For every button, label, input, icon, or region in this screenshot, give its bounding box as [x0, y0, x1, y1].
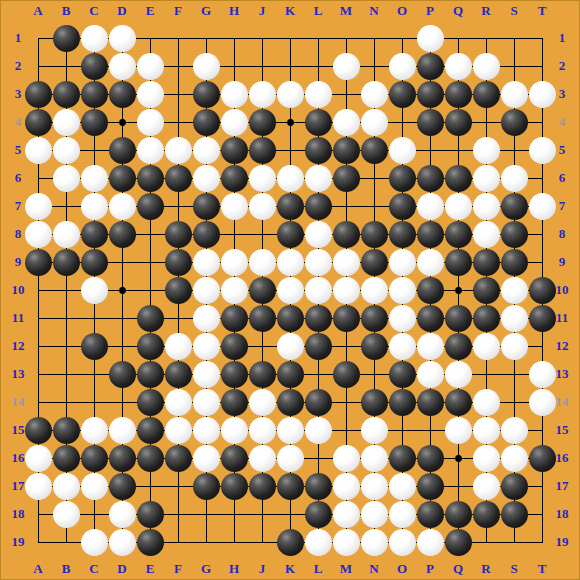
intersection-J6[interactable] — [248, 164, 276, 192]
intersection-Q16[interactable] — [444, 444, 472, 472]
intersection-S19[interactable] — [500, 528, 528, 556]
intersection-R5[interactable] — [472, 136, 500, 164]
intersection-C16[interactable] — [80, 444, 108, 472]
intersection-J14[interactable] — [248, 388, 276, 416]
intersection-F1[interactable] — [164, 24, 192, 52]
intersection-G14[interactable] — [192, 388, 220, 416]
intersection-R3[interactable] — [472, 80, 500, 108]
intersection-K10[interactable] — [276, 276, 304, 304]
intersection-G9[interactable] — [192, 248, 220, 276]
intersection-K1[interactable] — [276, 24, 304, 52]
intersection-A10[interactable] — [24, 276, 52, 304]
intersection-F6[interactable] — [164, 164, 192, 192]
intersection-Q2[interactable] — [444, 52, 472, 80]
intersection-F13[interactable] — [164, 360, 192, 388]
intersection-J13[interactable] — [248, 360, 276, 388]
intersection-M3[interactable] — [332, 80, 360, 108]
intersection-C6[interactable] — [80, 164, 108, 192]
intersection-L8[interactable] — [304, 220, 332, 248]
intersection-E16[interactable] — [136, 444, 164, 472]
intersection-F4[interactable] — [164, 108, 192, 136]
intersection-Q18[interactable] — [444, 500, 472, 528]
intersection-R8[interactable] — [472, 220, 500, 248]
intersection-A6[interactable] — [24, 164, 52, 192]
intersection-Q13[interactable] — [444, 360, 472, 388]
intersection-K14[interactable] — [276, 388, 304, 416]
intersection-N15[interactable] — [360, 416, 388, 444]
intersection-S4[interactable] — [500, 108, 528, 136]
intersection-M12[interactable] — [332, 332, 360, 360]
intersection-G1[interactable] — [192, 24, 220, 52]
intersection-S13[interactable] — [500, 360, 528, 388]
intersection-T8[interactable] — [528, 220, 556, 248]
intersection-D9[interactable] — [108, 248, 136, 276]
intersection-R14[interactable] — [472, 388, 500, 416]
intersection-N16[interactable] — [360, 444, 388, 472]
intersection-E14[interactable] — [136, 388, 164, 416]
intersection-Q11[interactable] — [444, 304, 472, 332]
intersection-J1[interactable] — [248, 24, 276, 52]
intersection-E13[interactable] — [136, 360, 164, 388]
intersection-Q1[interactable] — [444, 24, 472, 52]
intersection-N4[interactable] — [360, 108, 388, 136]
intersection-L2[interactable] — [304, 52, 332, 80]
intersection-G8[interactable] — [192, 220, 220, 248]
intersection-L11[interactable] — [304, 304, 332, 332]
intersection-T17[interactable] — [528, 472, 556, 500]
intersection-S15[interactable] — [500, 416, 528, 444]
intersection-A16[interactable] — [24, 444, 52, 472]
intersection-T9[interactable] — [528, 248, 556, 276]
intersection-O3[interactable] — [388, 80, 416, 108]
intersection-K2[interactable] — [276, 52, 304, 80]
intersection-L3[interactable] — [304, 80, 332, 108]
intersection-S14[interactable] — [500, 388, 528, 416]
intersection-K4[interactable] — [276, 108, 304, 136]
intersection-C17[interactable] — [80, 472, 108, 500]
intersection-Q6[interactable] — [444, 164, 472, 192]
intersection-P8[interactable] — [416, 220, 444, 248]
intersection-G2[interactable] — [192, 52, 220, 80]
intersection-T16[interactable] — [528, 444, 556, 472]
intersection-M4[interactable] — [332, 108, 360, 136]
intersection-N10[interactable] — [360, 276, 388, 304]
intersection-K15[interactable] — [276, 416, 304, 444]
intersection-H17[interactable] — [220, 472, 248, 500]
intersection-O6[interactable] — [388, 164, 416, 192]
intersection-A7[interactable] — [24, 192, 52, 220]
intersection-D11[interactable] — [108, 304, 136, 332]
intersection-S7[interactable] — [500, 192, 528, 220]
intersection-C9[interactable] — [80, 248, 108, 276]
intersection-G6[interactable] — [192, 164, 220, 192]
intersection-J7[interactable] — [248, 192, 276, 220]
intersection-B15[interactable] — [52, 416, 80, 444]
intersection-B5[interactable] — [52, 136, 80, 164]
intersection-K16[interactable] — [276, 444, 304, 472]
intersection-P12[interactable] — [416, 332, 444, 360]
intersection-O9[interactable] — [388, 248, 416, 276]
intersection-K7[interactable] — [276, 192, 304, 220]
intersection-T4[interactable] — [528, 108, 556, 136]
intersection-P11[interactable] — [416, 304, 444, 332]
intersection-H2[interactable] — [220, 52, 248, 80]
intersection-Q7[interactable] — [444, 192, 472, 220]
intersection-Q15[interactable] — [444, 416, 472, 444]
intersection-S10[interactable] — [500, 276, 528, 304]
intersection-T10[interactable] — [528, 276, 556, 304]
intersection-L10[interactable] — [304, 276, 332, 304]
intersection-H9[interactable] — [220, 248, 248, 276]
intersection-P3[interactable] — [416, 80, 444, 108]
intersection-M1[interactable] — [332, 24, 360, 52]
intersection-F14[interactable] — [164, 388, 192, 416]
intersection-J11[interactable] — [248, 304, 276, 332]
intersection-L12[interactable] — [304, 332, 332, 360]
intersection-N9[interactable] — [360, 248, 388, 276]
intersection-D7[interactable] — [108, 192, 136, 220]
intersection-A19[interactable] — [24, 528, 52, 556]
intersection-J19[interactable] — [248, 528, 276, 556]
intersection-T12[interactable] — [528, 332, 556, 360]
intersection-S9[interactable] — [500, 248, 528, 276]
intersection-F18[interactable] — [164, 500, 192, 528]
intersection-C1[interactable] — [80, 24, 108, 52]
intersection-G19[interactable] — [192, 528, 220, 556]
intersection-H4[interactable] — [220, 108, 248, 136]
intersection-M14[interactable] — [332, 388, 360, 416]
intersection-C5[interactable] — [80, 136, 108, 164]
intersection-H3[interactable] — [220, 80, 248, 108]
intersection-N19[interactable] — [360, 528, 388, 556]
intersection-L6[interactable] — [304, 164, 332, 192]
intersection-F16[interactable] — [164, 444, 192, 472]
intersection-B7[interactable] — [52, 192, 80, 220]
intersection-O17[interactable] — [388, 472, 416, 500]
intersection-P18[interactable] — [416, 500, 444, 528]
intersection-T19[interactable] — [528, 528, 556, 556]
intersection-R18[interactable] — [472, 500, 500, 528]
intersection-H11[interactable] — [220, 304, 248, 332]
intersection-E8[interactable] — [136, 220, 164, 248]
intersection-O14[interactable] — [388, 388, 416, 416]
intersection-E18[interactable] — [136, 500, 164, 528]
intersection-N2[interactable] — [360, 52, 388, 80]
intersection-C8[interactable] — [80, 220, 108, 248]
intersection-R10[interactable] — [472, 276, 500, 304]
intersection-R15[interactable] — [472, 416, 500, 444]
intersection-E10[interactable] — [136, 276, 164, 304]
intersection-H14[interactable] — [220, 388, 248, 416]
intersection-R12[interactable] — [472, 332, 500, 360]
intersection-R17[interactable] — [472, 472, 500, 500]
intersection-F12[interactable] — [164, 332, 192, 360]
intersection-T5[interactable] — [528, 136, 556, 164]
intersection-Q3[interactable] — [444, 80, 472, 108]
intersection-H10[interactable] — [220, 276, 248, 304]
intersection-P10[interactable] — [416, 276, 444, 304]
intersection-H15[interactable] — [220, 416, 248, 444]
intersection-B6[interactable] — [52, 164, 80, 192]
intersection-O11[interactable] — [388, 304, 416, 332]
intersection-E5[interactable] — [136, 136, 164, 164]
intersection-P1[interactable] — [416, 24, 444, 52]
intersection-B2[interactable] — [52, 52, 80, 80]
intersection-C14[interactable] — [80, 388, 108, 416]
intersection-O1[interactable] — [388, 24, 416, 52]
intersection-A3[interactable] — [24, 80, 52, 108]
intersection-N11[interactable] — [360, 304, 388, 332]
intersection-N18[interactable] — [360, 500, 388, 528]
intersection-Q5[interactable] — [444, 136, 472, 164]
intersection-R6[interactable] — [472, 164, 500, 192]
intersection-P14[interactable] — [416, 388, 444, 416]
intersection-F3[interactable] — [164, 80, 192, 108]
intersection-H19[interactable] — [220, 528, 248, 556]
intersection-S6[interactable] — [500, 164, 528, 192]
intersection-D5[interactable] — [108, 136, 136, 164]
intersection-M7[interactable] — [332, 192, 360, 220]
intersection-E6[interactable] — [136, 164, 164, 192]
intersection-H1[interactable] — [220, 24, 248, 52]
intersection-E17[interactable] — [136, 472, 164, 500]
intersection-T7[interactable] — [528, 192, 556, 220]
intersection-E19[interactable] — [136, 528, 164, 556]
intersection-A12[interactable] — [24, 332, 52, 360]
intersection-J9[interactable] — [248, 248, 276, 276]
intersection-S8[interactable] — [500, 220, 528, 248]
intersection-B11[interactable] — [52, 304, 80, 332]
intersection-A1[interactable] — [24, 24, 52, 52]
intersection-C3[interactable] — [80, 80, 108, 108]
intersection-G10[interactable] — [192, 276, 220, 304]
intersection-D16[interactable] — [108, 444, 136, 472]
intersection-Q9[interactable] — [444, 248, 472, 276]
intersection-P7[interactable] — [416, 192, 444, 220]
intersection-H7[interactable] — [220, 192, 248, 220]
intersection-D10[interactable] — [108, 276, 136, 304]
intersection-S2[interactable] — [500, 52, 528, 80]
intersection-C19[interactable] — [80, 528, 108, 556]
intersection-J5[interactable] — [248, 136, 276, 164]
intersection-E11[interactable] — [136, 304, 164, 332]
intersection-Q8[interactable] — [444, 220, 472, 248]
intersection-L4[interactable] — [304, 108, 332, 136]
intersection-O4[interactable] — [388, 108, 416, 136]
intersection-R4[interactable] — [472, 108, 500, 136]
intersection-J3[interactable] — [248, 80, 276, 108]
intersection-J15[interactable] — [248, 416, 276, 444]
intersection-P16[interactable] — [416, 444, 444, 472]
intersection-M16[interactable] — [332, 444, 360, 472]
intersection-T14[interactable] — [528, 388, 556, 416]
intersection-S5[interactable] — [500, 136, 528, 164]
intersection-S11[interactable] — [500, 304, 528, 332]
intersection-N3[interactable] — [360, 80, 388, 108]
intersection-C10[interactable] — [80, 276, 108, 304]
intersection-L1[interactable] — [304, 24, 332, 52]
intersection-N6[interactable] — [360, 164, 388, 192]
intersection-O12[interactable] — [388, 332, 416, 360]
intersection-M18[interactable] — [332, 500, 360, 528]
intersection-A15[interactable] — [24, 416, 52, 444]
intersection-D8[interactable] — [108, 220, 136, 248]
intersection-K6[interactable] — [276, 164, 304, 192]
intersection-D13[interactable] — [108, 360, 136, 388]
intersection-Q10[interactable] — [444, 276, 472, 304]
intersection-M10[interactable] — [332, 276, 360, 304]
intersection-O16[interactable] — [388, 444, 416, 472]
intersection-P4[interactable] — [416, 108, 444, 136]
intersection-P6[interactable] — [416, 164, 444, 192]
intersection-A13[interactable] — [24, 360, 52, 388]
intersection-F5[interactable] — [164, 136, 192, 164]
intersection-P5[interactable] — [416, 136, 444, 164]
intersection-R2[interactable] — [472, 52, 500, 80]
intersection-K13[interactable] — [276, 360, 304, 388]
intersection-A14[interactable] — [24, 388, 52, 416]
intersection-G13[interactable] — [192, 360, 220, 388]
intersection-G12[interactable] — [192, 332, 220, 360]
intersection-D15[interactable] — [108, 416, 136, 444]
intersection-C2[interactable] — [80, 52, 108, 80]
intersection-P9[interactable] — [416, 248, 444, 276]
intersection-D14[interactable] — [108, 388, 136, 416]
intersection-D19[interactable] — [108, 528, 136, 556]
intersection-E7[interactable] — [136, 192, 164, 220]
intersection-K18[interactable] — [276, 500, 304, 528]
intersection-O18[interactable] — [388, 500, 416, 528]
intersection-C11[interactable] — [80, 304, 108, 332]
intersection-B14[interactable] — [52, 388, 80, 416]
intersection-L18[interactable] — [304, 500, 332, 528]
intersection-C15[interactable] — [80, 416, 108, 444]
intersection-S18[interactable] — [500, 500, 528, 528]
intersection-M5[interactable] — [332, 136, 360, 164]
intersection-P17[interactable] — [416, 472, 444, 500]
intersection-D2[interactable] — [108, 52, 136, 80]
intersection-G17[interactable] — [192, 472, 220, 500]
intersection-M13[interactable] — [332, 360, 360, 388]
intersection-D6[interactable] — [108, 164, 136, 192]
intersection-J10[interactable] — [248, 276, 276, 304]
intersection-E1[interactable] — [136, 24, 164, 52]
intersection-K12[interactable] — [276, 332, 304, 360]
intersection-H12[interactable] — [220, 332, 248, 360]
intersection-Q19[interactable] — [444, 528, 472, 556]
intersection-F17[interactable] — [164, 472, 192, 500]
intersection-C18[interactable] — [80, 500, 108, 528]
intersection-T11[interactable] — [528, 304, 556, 332]
intersection-J18[interactable] — [248, 500, 276, 528]
intersection-O13[interactable] — [388, 360, 416, 388]
intersection-R9[interactable] — [472, 248, 500, 276]
intersection-F8[interactable] — [164, 220, 192, 248]
intersection-H8[interactable] — [220, 220, 248, 248]
intersection-L9[interactable] — [304, 248, 332, 276]
intersection-H13[interactable] — [220, 360, 248, 388]
intersection-D1[interactable] — [108, 24, 136, 52]
intersection-N17[interactable] — [360, 472, 388, 500]
intersection-S3[interactable] — [500, 80, 528, 108]
intersection-K11[interactable] — [276, 304, 304, 332]
intersection-F7[interactable] — [164, 192, 192, 220]
intersection-F15[interactable] — [164, 416, 192, 444]
intersection-K9[interactable] — [276, 248, 304, 276]
intersection-D17[interactable] — [108, 472, 136, 500]
intersection-A2[interactable] — [24, 52, 52, 80]
intersection-G7[interactable] — [192, 192, 220, 220]
intersection-M9[interactable] — [332, 248, 360, 276]
intersection-B13[interactable] — [52, 360, 80, 388]
intersection-M19[interactable] — [332, 528, 360, 556]
intersection-L17[interactable] — [304, 472, 332, 500]
intersection-G15[interactable] — [192, 416, 220, 444]
intersection-C4[interactable] — [80, 108, 108, 136]
intersection-E12[interactable] — [136, 332, 164, 360]
intersection-O15[interactable] — [388, 416, 416, 444]
intersection-K8[interactable] — [276, 220, 304, 248]
intersection-A11[interactable] — [24, 304, 52, 332]
intersection-H6[interactable] — [220, 164, 248, 192]
intersection-H5[interactable] — [220, 136, 248, 164]
intersection-S12[interactable] — [500, 332, 528, 360]
intersection-F2[interactable] — [164, 52, 192, 80]
intersection-A18[interactable] — [24, 500, 52, 528]
intersection-B8[interactable] — [52, 220, 80, 248]
intersection-T1[interactable] — [528, 24, 556, 52]
intersection-C13[interactable] — [80, 360, 108, 388]
intersection-L13[interactable] — [304, 360, 332, 388]
intersection-Q12[interactable] — [444, 332, 472, 360]
intersection-N14[interactable] — [360, 388, 388, 416]
intersection-R16[interactable] — [472, 444, 500, 472]
intersection-L5[interactable] — [304, 136, 332, 164]
intersection-G11[interactable] — [192, 304, 220, 332]
intersection-D18[interactable] — [108, 500, 136, 528]
intersection-M6[interactable] — [332, 164, 360, 192]
intersection-M17[interactable] — [332, 472, 360, 500]
intersection-J17[interactable] — [248, 472, 276, 500]
intersection-F19[interactable] — [164, 528, 192, 556]
intersection-P19[interactable] — [416, 528, 444, 556]
intersection-E4[interactable] — [136, 108, 164, 136]
intersection-A4[interactable] — [24, 108, 52, 136]
intersection-M8[interactable] — [332, 220, 360, 248]
intersection-L19[interactable] — [304, 528, 332, 556]
intersection-B1[interactable] — [52, 24, 80, 52]
intersection-C12[interactable] — [80, 332, 108, 360]
intersection-J12[interactable] — [248, 332, 276, 360]
intersection-R1[interactable] — [472, 24, 500, 52]
intersection-N12[interactable] — [360, 332, 388, 360]
intersection-N1[interactable] — [360, 24, 388, 52]
intersection-B18[interactable] — [52, 500, 80, 528]
intersection-D4[interactable] — [108, 108, 136, 136]
intersection-E15[interactable] — [136, 416, 164, 444]
intersection-G16[interactable] — [192, 444, 220, 472]
intersection-K17[interactable] — [276, 472, 304, 500]
intersection-N7[interactable] — [360, 192, 388, 220]
intersection-B12[interactable] — [52, 332, 80, 360]
intersection-O5[interactable] — [388, 136, 416, 164]
intersection-A17[interactable] — [24, 472, 52, 500]
intersection-J16[interactable] — [248, 444, 276, 472]
intersection-T3[interactable] — [528, 80, 556, 108]
intersection-E3[interactable] — [136, 80, 164, 108]
intersection-B9[interactable] — [52, 248, 80, 276]
intersection-T2[interactable] — [528, 52, 556, 80]
